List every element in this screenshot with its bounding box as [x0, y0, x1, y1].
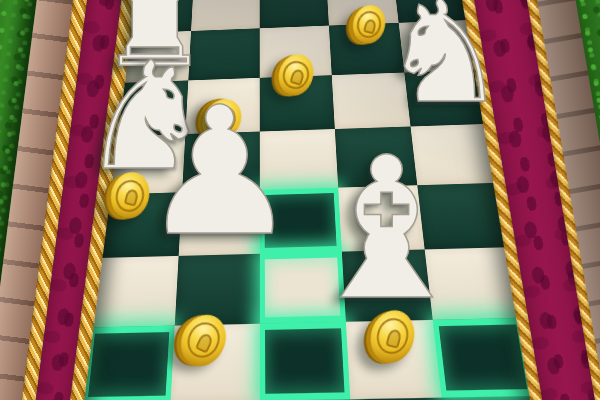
knight-glyph: ♞ — [381, 0, 507, 123]
highlight-square-c1r7[interactable] — [82, 326, 175, 400]
pawn-glyph: ♟ — [141, 84, 300, 261]
white-pawn[interactable]: ♟ — [141, 84, 300, 261]
bishop-glyph: ♝ — [299, 131, 475, 327]
white-knight[interactable]: ♞ — [381, 0, 507, 123]
board-cell-c3r1[interactable] — [260, 0, 329, 28]
white-bishop[interactable]: ♝ — [299, 131, 475, 327]
game-scene: ♜♞♞♟♝ — [0, 0, 600, 400]
